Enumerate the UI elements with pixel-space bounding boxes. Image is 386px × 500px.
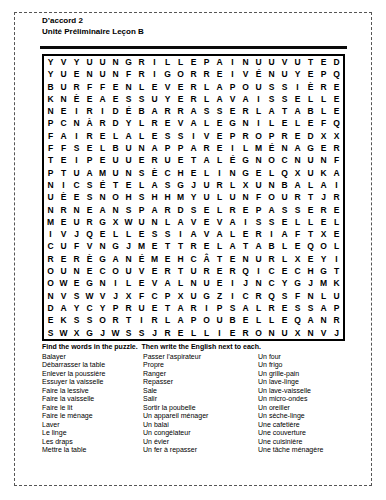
grid-cell: A — [304, 314, 317, 326]
grid-cell: R — [200, 68, 213, 80]
grid-cell: É — [122, 105, 135, 117]
grid-cell: V — [187, 216, 200, 228]
grid-cell: S — [265, 93, 278, 105]
grid-cell: P — [187, 314, 200, 326]
grid-cell: E — [135, 154, 148, 166]
grid-cell: P — [265, 130, 278, 142]
grid-cell: L — [252, 302, 265, 314]
grid-cell: I — [57, 179, 70, 191]
grid-cell: R — [96, 118, 109, 130]
grid-cell: Y — [70, 302, 83, 314]
grid-cell: S — [83, 314, 96, 326]
grid-cell: Y — [70, 56, 83, 68]
grid-cell: A — [213, 81, 226, 93]
word-item: Une tâche ménagère — [258, 446, 323, 454]
grid-cell: R — [187, 68, 200, 80]
grid-cell: É — [96, 179, 109, 191]
grid-cell: T — [304, 191, 317, 203]
grid-cell: N — [265, 68, 278, 80]
grid-cell: P — [317, 68, 330, 80]
grid-cell: I — [226, 290, 239, 302]
grid-cell: A — [213, 56, 226, 68]
grid-cell: R — [70, 253, 83, 265]
grid-cell: C — [239, 290, 252, 302]
grid-cell: L — [304, 179, 317, 191]
grid-cell: E — [213, 118, 226, 130]
grid-cell: L — [161, 56, 174, 68]
grid-cell: E — [161, 118, 174, 130]
grid-cell: A — [96, 204, 109, 216]
grid-cell: L — [317, 105, 330, 117]
grid-cell: U — [161, 154, 174, 166]
word-item: Faire la vaisselle — [42, 395, 105, 403]
grid-cell: I — [252, 265, 265, 277]
grid-cell: U — [70, 167, 83, 179]
word-item: Un oreiller — [258, 404, 323, 412]
grid-cell: I — [174, 228, 187, 240]
grid-cell: L — [135, 130, 148, 142]
grid-cell: X — [291, 167, 304, 179]
grid-cell: S — [135, 167, 148, 179]
grid-cell: È — [70, 93, 83, 105]
grid-cell: A — [161, 277, 174, 289]
grid-cell: D — [304, 130, 317, 142]
grid-cell: E — [83, 142, 96, 154]
grid-cell: S — [161, 228, 174, 240]
grid-cell: F — [70, 241, 83, 253]
grid-cell: J — [122, 241, 135, 253]
grid-cell: S — [265, 81, 278, 93]
grid-cell: R — [83, 216, 96, 228]
grid-cell: E — [187, 56, 200, 68]
grid-cell: V — [200, 228, 213, 240]
grid-cell: Q — [278, 167, 291, 179]
grid-cell: I — [44, 228, 57, 240]
book-title: D’accord 2 — [42, 16, 144, 27]
grid-cell: W — [57, 277, 70, 289]
grid-cell: N — [96, 241, 109, 253]
grid-cell: N — [44, 290, 57, 302]
grid-cell: Q — [304, 241, 317, 253]
grid-cell: L — [213, 241, 226, 253]
grid-cell: T — [174, 265, 187, 277]
grid-cell: E — [174, 327, 187, 339]
grid-cell: G — [200, 290, 213, 302]
grid-cell: N — [122, 253, 135, 265]
grid-cell: N — [252, 154, 265, 166]
grid-cell: S — [291, 204, 304, 216]
word-grid: YVYUUNGRILLEPAINUUVUTEDYUENUNFRIGORREIVÉ… — [42, 54, 345, 341]
grid-cell: E — [135, 277, 148, 289]
grid-cell: R — [83, 130, 96, 142]
grid-cell: S — [200, 105, 213, 117]
grid-cell: M — [135, 241, 148, 253]
grid-cell: S — [278, 204, 291, 216]
grid-cell: X — [291, 253, 304, 265]
grid-cell: B — [135, 105, 148, 117]
grid-cell: E — [96, 228, 109, 240]
grid-cell: E — [83, 93, 96, 105]
grid-cell: U — [57, 68, 70, 80]
grid-cell: L — [161, 216, 174, 228]
grid-cell: S — [213, 105, 226, 117]
grid-cell: A — [122, 130, 135, 142]
grid-cell: E — [70, 277, 83, 289]
grid-cell: P — [200, 56, 213, 68]
grid-cell: R — [278, 130, 291, 142]
grid-cell: L — [291, 118, 304, 130]
word-item: Les draps — [42, 438, 105, 446]
grid-cell: E — [200, 241, 213, 253]
grid-cell: L — [200, 93, 213, 105]
grid-cell: E — [148, 130, 161, 142]
grid-cell: A — [174, 302, 187, 314]
grid-cell: L — [200, 118, 213, 130]
grid-cell: D — [109, 118, 122, 130]
grid-cell: D — [44, 302, 57, 314]
grid-cell: X — [291, 327, 304, 339]
grid-cell: N — [44, 204, 57, 216]
grid-cell: S — [252, 216, 265, 228]
grid-cell: R — [161, 204, 174, 216]
grid-cell: U — [278, 191, 291, 203]
grid-cell: E — [83, 204, 96, 216]
word-item: Passer l’aspirateur — [143, 353, 208, 361]
grid-cell: U — [200, 191, 213, 203]
grid-cell: C — [291, 265, 304, 277]
grid-cell: S — [70, 142, 83, 154]
grid-cell: U — [122, 142, 135, 154]
instruction-text: Find the words in the puzzle. Then write… — [42, 343, 261, 350]
grid-cell: N — [44, 105, 57, 117]
grid-cell: L — [135, 81, 148, 93]
grid-cell: J — [109, 290, 122, 302]
grid-cell: P — [330, 302, 343, 314]
grid-cell: E — [291, 130, 304, 142]
grid-cell: L — [317, 93, 330, 105]
grid-cell: R — [330, 314, 343, 326]
grid-cell: U — [148, 93, 161, 105]
grid-cell: A — [317, 179, 330, 191]
grid-cell: Q — [265, 290, 278, 302]
grid-cell: T — [304, 56, 317, 68]
grid-cell: Q — [83, 228, 96, 240]
grid-cell: H — [304, 265, 317, 277]
grid-cell: A — [174, 314, 187, 326]
grid-cell: A — [187, 105, 200, 117]
grid-cell: U — [57, 265, 70, 277]
grid-cell: J — [187, 179, 200, 191]
grid-cell: U — [252, 56, 265, 68]
word-item: Laver — [42, 421, 105, 429]
grid-cell: D — [109, 105, 122, 117]
grid-cell: A — [57, 130, 70, 142]
grid-cell: A — [187, 142, 200, 154]
grid-cell: L — [109, 228, 122, 240]
grid-cell: L — [200, 167, 213, 179]
grid-cell: I — [330, 179, 343, 191]
grid-cell: E — [44, 314, 57, 326]
grid-cell: E — [57, 105, 70, 117]
grid-cell: L — [213, 204, 226, 216]
grid-cell: W — [83, 290, 96, 302]
grid-cell: E — [96, 154, 109, 166]
grid-cell: V — [57, 228, 70, 240]
grid-cell: P — [226, 81, 239, 93]
grid-cell: D — [174, 204, 187, 216]
grid-cell: L — [213, 154, 226, 166]
grid-cell: N — [70, 204, 83, 216]
grid-cell: R — [330, 191, 343, 203]
grid-cell: E — [174, 93, 187, 105]
grid-cell: N — [291, 154, 304, 166]
grid-cell: T — [187, 154, 200, 166]
grid-cell: L — [252, 314, 265, 326]
grid-cell: E — [174, 81, 187, 93]
grid-cell: O — [239, 81, 252, 93]
grid-cell: S — [70, 290, 83, 302]
word-item: Un micro-ondes — [258, 395, 323, 403]
grid-cell: P — [174, 142, 187, 154]
grid-cell: U — [265, 56, 278, 68]
grid-cell: T — [57, 167, 70, 179]
word-item: Faire le ménage — [42, 412, 105, 420]
grid-cell: L — [265, 167, 278, 179]
grid-cell: B — [304, 105, 317, 117]
grid-cell: S — [161, 130, 174, 142]
grid-cell: S — [83, 191, 96, 203]
grid-cell: S — [265, 216, 278, 228]
word-item: Mettre la table — [42, 446, 105, 454]
grid-cell: D — [330, 56, 343, 68]
grid-cell: S — [278, 93, 291, 105]
grid-cell: T — [278, 105, 291, 117]
word-item: Un four — [258, 353, 323, 361]
grid-cell: R — [44, 253, 57, 265]
grid-cell: F — [291, 228, 304, 240]
grid-cell: V — [239, 68, 252, 80]
grid-cell: U — [96, 68, 109, 80]
grid-cell: P — [44, 118, 57, 130]
grid-cell: W — [57, 327, 70, 339]
grid-cell: E — [174, 154, 187, 166]
grid-cell: S — [135, 191, 148, 203]
grid-cell: R — [265, 302, 278, 314]
grid-cell: Y — [187, 191, 200, 203]
grid-cell: E — [330, 93, 343, 105]
grid-cell: A — [291, 105, 304, 117]
grid-cell: R — [135, 68, 148, 80]
grid-cell: A — [83, 167, 96, 179]
grid-cell: L — [330, 241, 343, 253]
grid-cell: A — [148, 142, 161, 154]
grid-cell: I — [70, 105, 83, 117]
grid-cell: N — [109, 56, 122, 68]
grid-cell: A — [148, 179, 161, 191]
grid-cell: M — [317, 277, 330, 289]
grid-cell: N — [44, 179, 57, 191]
grid-cell: S — [148, 228, 161, 240]
grid-cell: C — [44, 241, 57, 253]
grid-cell: U — [135, 216, 148, 228]
grid-cell: S — [304, 302, 317, 314]
grid-cell: A — [187, 228, 200, 240]
grid-cell: F — [57, 142, 70, 154]
grid-cell: L — [109, 130, 122, 142]
grid-cell: L — [96, 142, 109, 154]
grid-cell: U — [70, 216, 83, 228]
grid-cell: C — [57, 118, 70, 130]
grid-cell: A — [96, 93, 109, 105]
worksheet-page: D’accord 2 Unité Préliminaire Leçon B YV… — [0, 0, 386, 500]
grid-cell: G — [161, 68, 174, 80]
grid-cell: A — [265, 105, 278, 117]
grid-cell: K — [44, 93, 57, 105]
word-item: Une cuisinière — [258, 438, 323, 446]
grid-cell: R — [148, 154, 161, 166]
grid-cell: I — [148, 68, 161, 80]
grid-cell: Â — [200, 253, 213, 265]
grid-cell: O — [109, 191, 122, 203]
grid-cell: Y — [317, 253, 330, 265]
grid-cell: U — [57, 81, 70, 93]
grid-cell: A — [57, 302, 70, 314]
grid-cell: G — [226, 118, 239, 130]
grid-cell: T — [174, 241, 187, 253]
word-item: Sortir la poubelle — [143, 404, 208, 412]
grid-cell: E — [148, 81, 161, 93]
grid-cell: P — [161, 142, 174, 154]
grid-cell: T — [304, 228, 317, 240]
grid-cell: R — [265, 253, 278, 265]
grid-cell: K — [317, 167, 330, 179]
grid-cell: A — [174, 216, 187, 228]
grid-cell: C — [265, 277, 278, 289]
grid-cell: N — [265, 179, 278, 191]
grid-cell: B — [44, 81, 57, 93]
word-column-3: Un fourUn frigoUn grille-painUn lave-lin… — [258, 353, 323, 454]
grid-cell: L — [317, 290, 330, 302]
grid-cell: R — [187, 81, 200, 93]
grid-cell: N — [70, 265, 83, 277]
grid-cell: H — [174, 167, 187, 179]
grid-cell: T — [239, 241, 252, 253]
grid-cell: R — [330, 142, 343, 154]
grid-cell: U — [278, 327, 291, 339]
grid-cell: L — [304, 93, 317, 105]
grid-cell: N — [226, 167, 239, 179]
grid-cell: E — [57, 216, 70, 228]
grid-cell: L — [122, 277, 135, 289]
grid-cell: S — [135, 327, 148, 339]
grid-cell: U — [213, 314, 226, 326]
grid-cell: F — [317, 118, 330, 130]
grid-cell: S — [278, 81, 291, 93]
grid-cell: V — [226, 93, 239, 105]
grid-cell: G — [96, 216, 109, 228]
grid-cell: U — [109, 167, 122, 179]
grid-cell: I — [226, 142, 239, 154]
grid-cell: N — [96, 277, 109, 289]
word-item: Sale — [143, 387, 208, 395]
grid-cell: H — [161, 191, 174, 203]
grid-cell: S — [278, 290, 291, 302]
grid-cell: S — [122, 204, 135, 216]
grid-cell: I — [187, 130, 200, 142]
grid-cell: R — [83, 105, 96, 117]
grid-cell: E — [278, 265, 291, 277]
grid-cell: N — [57, 93, 70, 105]
grid-cell: E — [278, 118, 291, 130]
grid-cell: Y — [278, 277, 291, 289]
word-item: Un appareil ménager — [143, 412, 208, 420]
grid-cell: E — [330, 105, 343, 117]
grid-cell: X — [109, 216, 122, 228]
word-item: Un lave-linge — [258, 378, 323, 386]
grid-cell: P — [226, 130, 239, 142]
grid-cell: E — [148, 241, 161, 253]
grid-cell: V — [57, 290, 70, 302]
grid-cell: N — [239, 118, 252, 130]
grid-cell: I — [200, 302, 213, 314]
grid-cell: S — [44, 327, 57, 339]
grid-cell: S — [161, 179, 174, 191]
grid-cell: H — [122, 191, 135, 203]
grid-cell: E — [148, 265, 161, 277]
grid-cell: S — [122, 93, 135, 105]
grid-cell: U — [83, 56, 96, 68]
grid-cell: M — [148, 253, 161, 265]
grid-cell: U — [109, 154, 122, 166]
grid-cell: T — [161, 302, 174, 314]
grid-cell: I — [226, 56, 239, 68]
grid-cell: E — [161, 253, 174, 265]
grid-cell: N — [187, 277, 200, 289]
grid-cell: N — [317, 154, 330, 166]
word-column-1: BalayerDébarrasser la tableEnlever la po… — [42, 353, 105, 454]
grid-cell: E — [278, 314, 291, 326]
grid-cell: L — [278, 253, 291, 265]
grid-cell: N — [122, 81, 135, 93]
grid-cell: L — [252, 105, 265, 117]
grid-cell: U — [330, 290, 343, 302]
grid-cell: X — [317, 130, 330, 142]
grid-cell: E — [213, 130, 226, 142]
grid-cell: R — [187, 241, 200, 253]
grid-cell: E — [317, 56, 330, 68]
grid-cell: U — [135, 302, 148, 314]
grid-cell: R — [226, 204, 239, 216]
word-item: Faire le lit — [42, 404, 105, 412]
grid-cell: R — [239, 130, 252, 142]
grid-cell: U — [252, 179, 265, 191]
word-item: Repasser — [143, 378, 208, 386]
grid-cell: I — [265, 228, 278, 240]
grid-cell: G — [109, 241, 122, 253]
word-item: Enlever la poussière — [42, 370, 105, 378]
grid-cell: A — [291, 142, 304, 154]
grid-cell: E — [278, 302, 291, 314]
grid-cell: R — [252, 290, 265, 302]
grid-cell: L — [187, 327, 200, 339]
grid-cell: A — [213, 228, 226, 240]
grid-cell: F — [122, 68, 135, 80]
word-item: Un lave-vaisselle — [258, 387, 323, 395]
grid-cell: È — [83, 253, 96, 265]
grid-cell: P — [83, 154, 96, 166]
grid-cell: A — [226, 216, 239, 228]
grid-cell: J — [148, 327, 161, 339]
